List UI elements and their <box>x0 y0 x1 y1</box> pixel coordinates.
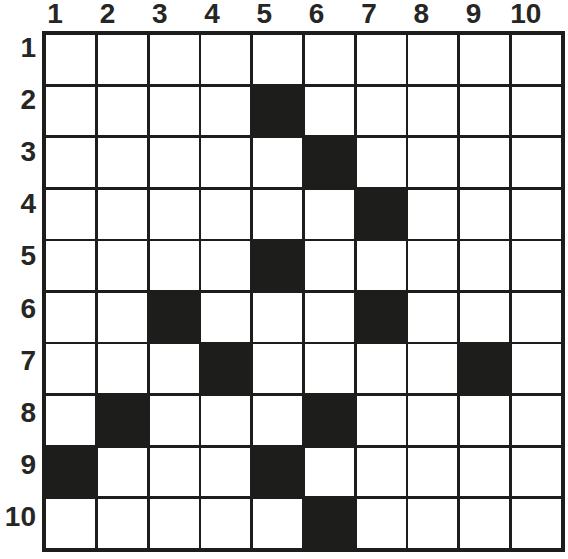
row-label-10: 10 <box>0 491 40 543</box>
cell-r5c1[interactable] <box>46 241 95 290</box>
blocked-cell-r7c4 <box>201 344 250 393</box>
cell-r6c4[interactable] <box>201 293 250 342</box>
cell-r1c10[interactable] <box>512 35 561 84</box>
cell-r10c7[interactable] <box>357 499 406 548</box>
puzzle-stage: 12345678910 12345678910 <box>0 0 568 559</box>
cell-r1c5[interactable] <box>253 35 302 84</box>
blocked-cell-r6c3 <box>150 293 199 342</box>
column-labels: 12345678910 <box>42 0 565 30</box>
col-label-5: 5 <box>238 0 290 30</box>
cell-r3c4[interactable] <box>201 138 250 187</box>
cell-r9c9[interactable] <box>460 448 509 497</box>
row-labels: 12345678910 <box>0 31 40 552</box>
cell-r1c6[interactable] <box>305 35 354 84</box>
cell-r8c5[interactable] <box>253 396 302 445</box>
cell-r2c6[interactable] <box>305 87 354 136</box>
cell-r6c5[interactable] <box>253 293 302 342</box>
cell-r7c3[interactable] <box>150 344 199 393</box>
cell-r2c2[interactable] <box>98 87 147 136</box>
cell-r4c1[interactable] <box>46 190 95 239</box>
cell-r9c10[interactable] <box>512 448 561 497</box>
cell-r3c2[interactable] <box>98 138 147 187</box>
cell-r8c10[interactable] <box>512 396 561 445</box>
cell-r7c8[interactable] <box>408 344 457 393</box>
cell-r6c1[interactable] <box>46 293 95 342</box>
blocked-cell-r9c1 <box>46 448 95 497</box>
col-label-6: 6 <box>290 0 342 30</box>
col-label-10: 10 <box>500 0 552 30</box>
cell-r1c9[interactable] <box>460 35 509 84</box>
blocked-cell-r4c7 <box>357 190 406 239</box>
row-label-5: 5 <box>0 230 40 282</box>
cell-r6c10[interactable] <box>512 293 561 342</box>
cell-r9c8[interactable] <box>408 448 457 497</box>
cell-r7c5[interactable] <box>253 344 302 393</box>
blocked-cell-r7c9 <box>460 344 509 393</box>
cell-r5c3[interactable] <box>150 241 199 290</box>
cell-r5c7[interactable] <box>357 241 406 290</box>
cell-r6c8[interactable] <box>408 293 457 342</box>
blocked-cell-r5c5 <box>253 241 302 290</box>
blocked-cell-r3c6 <box>305 138 354 187</box>
cell-r4c9[interactable] <box>460 190 509 239</box>
cell-r10c1[interactable] <box>46 499 95 548</box>
blocked-cell-r8c2 <box>98 396 147 445</box>
col-label-2: 2 <box>81 0 133 30</box>
cell-r10c5[interactable] <box>253 499 302 548</box>
cell-r4c6[interactable] <box>305 190 354 239</box>
cell-r4c2[interactable] <box>98 190 147 239</box>
cell-r10c4[interactable] <box>201 499 250 548</box>
col-label-4: 4 <box>186 0 238 30</box>
blocked-cell-r9c5 <box>253 448 302 497</box>
cell-r1c2[interactable] <box>98 35 147 84</box>
blocked-cell-r8c6 <box>305 396 354 445</box>
cell-r6c9[interactable] <box>460 293 509 342</box>
col-label-3: 3 <box>134 0 186 30</box>
cell-r4c10[interactable] <box>512 190 561 239</box>
cell-r9c4[interactable] <box>201 448 250 497</box>
cell-r6c6[interactable] <box>305 293 354 342</box>
cell-r4c3[interactable] <box>150 190 199 239</box>
cell-r3c8[interactable] <box>408 138 457 187</box>
cell-r4c4[interactable] <box>201 190 250 239</box>
cell-r10c9[interactable] <box>460 499 509 548</box>
cell-r10c8[interactable] <box>408 499 457 548</box>
cell-r1c1[interactable] <box>46 35 95 84</box>
blocked-cell-r2c5 <box>253 87 302 136</box>
blocked-cell-r6c7 <box>357 293 406 342</box>
cell-r3c5[interactable] <box>253 138 302 187</box>
row-label-3: 3 <box>0 126 40 178</box>
cell-r8c3[interactable] <box>150 396 199 445</box>
cell-r3c10[interactable] <box>512 138 561 187</box>
col-label-9: 9 <box>447 0 499 30</box>
cell-r10c10[interactable] <box>512 499 561 548</box>
cell-r3c3[interactable] <box>150 138 199 187</box>
cell-r1c7[interactable] <box>357 35 406 84</box>
cell-r3c9[interactable] <box>460 138 509 187</box>
cell-r2c1[interactable] <box>46 87 95 136</box>
blocked-cell-r10c6 <box>305 499 354 548</box>
cell-r10c2[interactable] <box>98 499 147 548</box>
cell-r7c2[interactable] <box>98 344 147 393</box>
cell-r4c5[interactable] <box>253 190 302 239</box>
cell-r2c8[interactable] <box>408 87 457 136</box>
cell-r9c3[interactable] <box>150 448 199 497</box>
cell-r10c3[interactable] <box>150 499 199 548</box>
cell-r7c1[interactable] <box>46 344 95 393</box>
cell-r6c2[interactable] <box>98 293 147 342</box>
cell-r9c2[interactable] <box>98 448 147 497</box>
cell-r9c7[interactable] <box>357 448 406 497</box>
cell-r8c7[interactable] <box>357 396 406 445</box>
cell-r8c8[interactable] <box>408 396 457 445</box>
cell-r8c9[interactable] <box>460 396 509 445</box>
cell-r9c6[interactable] <box>305 448 354 497</box>
cell-r8c4[interactable] <box>201 396 250 445</box>
cell-r2c4[interactable] <box>201 87 250 136</box>
cell-r8c1[interactable] <box>46 396 95 445</box>
cell-r3c7[interactable] <box>357 138 406 187</box>
cell-r1c4[interactable] <box>201 35 250 84</box>
cell-r1c3[interactable] <box>150 35 199 84</box>
col-label-8: 8 <box>395 0 447 30</box>
cell-r7c7[interactable] <box>357 344 406 393</box>
cell-r3c1[interactable] <box>46 138 95 187</box>
row-label-8: 8 <box>0 387 40 439</box>
cell-r7c10[interactable] <box>512 344 561 393</box>
cell-r5c10[interactable] <box>512 241 561 290</box>
cell-r7c6[interactable] <box>305 344 354 393</box>
cell-r2c10[interactable] <box>512 87 561 136</box>
row-label-4: 4 <box>0 178 40 230</box>
puzzle-board <box>42 31 565 552</box>
cell-r5c6[interactable] <box>305 241 354 290</box>
cell-r2c9[interactable] <box>460 87 509 136</box>
row-label-7: 7 <box>0 335 40 387</box>
cell-r5c8[interactable] <box>408 241 457 290</box>
cell-r4c8[interactable] <box>408 190 457 239</box>
cell-r5c2[interactable] <box>98 241 147 290</box>
cell-r2c7[interactable] <box>357 87 406 136</box>
row-label-6: 6 <box>0 282 40 334</box>
cell-r5c4[interactable] <box>201 241 250 290</box>
cell-r5c9[interactable] <box>460 241 509 290</box>
row-label-9: 9 <box>0 439 40 491</box>
row-label-1: 1 <box>0 22 40 74</box>
cell-r1c8[interactable] <box>408 35 457 84</box>
row-label-2: 2 <box>0 74 40 126</box>
col-label-7: 7 <box>343 0 395 30</box>
cell-r2c3[interactable] <box>150 87 199 136</box>
